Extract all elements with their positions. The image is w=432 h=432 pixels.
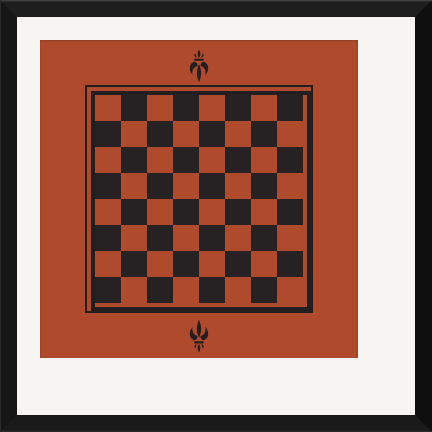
picture-frame — [0, 0, 432, 432]
framed-art-print — [0, 0, 432, 432]
frame-left-highlight — [0, 0, 1, 432]
frame-top-highlight — [0, 0, 432, 2]
